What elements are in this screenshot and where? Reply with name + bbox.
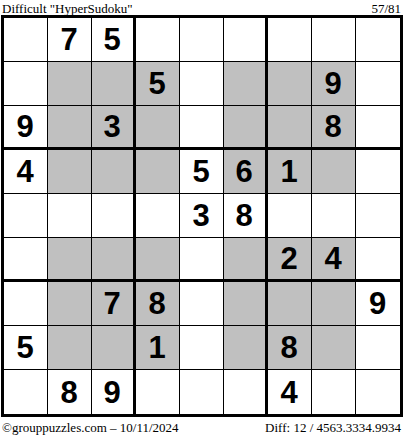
cell-r5c4[interactable]: [136, 194, 180, 238]
cell-r5c6[interactable]: 8: [224, 194, 268, 238]
cell-r9c1[interactable]: [4, 370, 48, 414]
cell-r7c5[interactable]: [180, 282, 224, 326]
cell-r1c3[interactable]: 5: [92, 18, 136, 62]
cell-r6c4[interactable]: [136, 238, 180, 282]
cell-r5c3[interactable]: [92, 194, 136, 238]
cell-r6c9[interactable]: [356, 238, 400, 282]
cell-r3c8[interactable]: 8: [312, 106, 356, 150]
cell-r7c3[interactable]: 7: [92, 282, 136, 326]
cell-r5c2[interactable]: [48, 194, 92, 238]
puzzle-title: Difficult "HyperSudoku": [2, 2, 133, 15]
cell-r9c8[interactable]: [312, 370, 356, 414]
cell-r4c2[interactable]: [48, 150, 92, 194]
cell-r2c4[interactable]: 5: [136, 62, 180, 106]
cell-r9c9[interactable]: [356, 370, 400, 414]
cell-r7c4[interactable]: 8: [136, 282, 180, 326]
cell-r1c4[interactable]: [136, 18, 180, 62]
cell-r4c7[interactable]: 1: [268, 150, 312, 194]
cell-r4c6[interactable]: 6: [224, 150, 268, 194]
cell-r3c9[interactable]: [356, 106, 400, 150]
cell-r5c1[interactable]: [4, 194, 48, 238]
cell-r6c8[interactable]: 4: [312, 238, 356, 282]
cell-r7c8[interactable]: [312, 282, 356, 326]
cell-r6c3[interactable]: [92, 238, 136, 282]
cell-r7c9[interactable]: 9: [356, 282, 400, 326]
cell-r2c7[interactable]: [268, 62, 312, 106]
cell-r2c8[interactable]: 9: [312, 62, 356, 106]
cell-r8c7[interactable]: 8: [268, 326, 312, 370]
difficulty-rating-text: Diff: 12 / 4563.3334.9934: [265, 421, 401, 435]
cell-r6c1[interactable]: [4, 238, 48, 282]
cell-r6c7[interactable]: 2: [268, 238, 312, 282]
cell-r8c3[interactable]: [92, 326, 136, 370]
cell-r2c3[interactable]: [92, 62, 136, 106]
cell-r1c7[interactable]: [268, 18, 312, 62]
cell-r3c6[interactable]: [224, 106, 268, 150]
cell-r8c1[interactable]: 5: [4, 326, 48, 370]
cell-r2c9[interactable]: [356, 62, 400, 106]
cell-r8c8[interactable]: [312, 326, 356, 370]
cell-r4c3[interactable]: [92, 150, 136, 194]
cell-r1c1[interactable]: [4, 18, 48, 62]
cell-r2c2[interactable]: [48, 62, 92, 106]
cell-r8c9[interactable]: [356, 326, 400, 370]
puzzle-page: Difficult "HyperSudoku" 57/81 7559938456…: [0, 0, 403, 437]
cell-r2c6[interactable]: [224, 62, 268, 106]
cell-r1c9[interactable]: [356, 18, 400, 62]
cell-r9c5[interactable]: [180, 370, 224, 414]
cell-r9c2[interactable]: 8: [48, 370, 92, 414]
cell-r7c6[interactable]: [224, 282, 268, 326]
cell-r5c7[interactable]: [268, 194, 312, 238]
cell-r9c6[interactable]: [224, 370, 268, 414]
cell-r5c5[interactable]: 3: [180, 194, 224, 238]
sudoku-board: 755993845613824789518894: [1, 15, 403, 417]
puzzle-footer: ©grouppuzzles.com – 10/11/2024 Diff: 12 …: [0, 417, 403, 435]
cell-r7c2[interactable]: [48, 282, 92, 326]
cell-r7c1[interactable]: [4, 282, 48, 326]
cell-r4c8[interactable]: [312, 150, 356, 194]
cell-r6c5[interactable]: [180, 238, 224, 282]
cell-r9c4[interactable]: [136, 370, 180, 414]
cell-r6c6[interactable]: [224, 238, 268, 282]
puzzle-header: Difficult "HyperSudoku" 57/81: [0, 0, 403, 15]
cell-r5c9[interactable]: [356, 194, 400, 238]
cell-r3c3[interactable]: 3: [92, 106, 136, 150]
cell-r4c4[interactable]: [136, 150, 180, 194]
cell-r9c7[interactable]: 4: [268, 370, 312, 414]
cell-r2c5[interactable]: [180, 62, 224, 106]
copyright-date-text: ©grouppuzzles.com – 10/11/2024: [2, 421, 179, 435]
cell-r3c5[interactable]: [180, 106, 224, 150]
cell-r4c1[interactable]: 4: [4, 150, 48, 194]
cell-r8c6[interactable]: [224, 326, 268, 370]
cell-r3c1[interactable]: 9: [4, 106, 48, 150]
cell-r5c8[interactable]: [312, 194, 356, 238]
cell-r2c1[interactable]: [4, 62, 48, 106]
cell-r1c5[interactable]: [180, 18, 224, 62]
cell-r9c3[interactable]: 9: [92, 370, 136, 414]
cell-r1c8[interactable]: [312, 18, 356, 62]
cell-r3c2[interactable]: [48, 106, 92, 150]
cell-r3c4[interactable]: [136, 106, 180, 150]
cell-r8c5[interactable]: [180, 326, 224, 370]
cell-r1c2[interactable]: 7: [48, 18, 92, 62]
cell-r3c7[interactable]: [268, 106, 312, 150]
cell-r7c7[interactable]: [268, 282, 312, 326]
cell-r8c4[interactable]: 1: [136, 326, 180, 370]
cell-r1c6[interactable]: [224, 18, 268, 62]
cell-r6c2[interactable]: [48, 238, 92, 282]
cell-r4c9[interactable]: [356, 150, 400, 194]
empty-cell-counter: 57/81: [371, 2, 401, 15]
cell-r8c2[interactable]: [48, 326, 92, 370]
cell-r4c5[interactable]: 5: [180, 150, 224, 194]
